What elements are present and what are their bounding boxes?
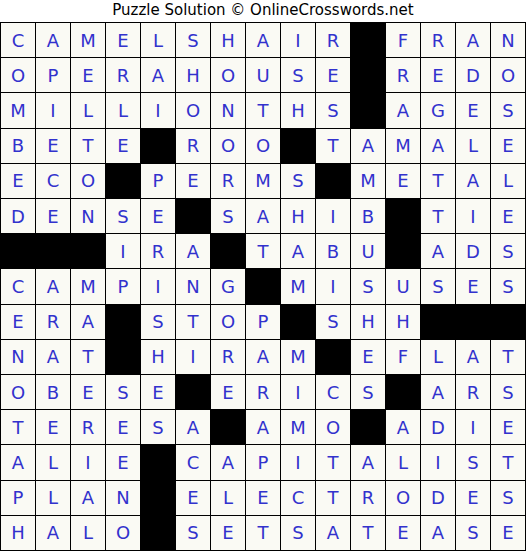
letter-cell: R	[141, 234, 175, 268]
letter-cell: I	[456, 410, 490, 444]
letter-cell: E	[1, 164, 35, 198]
letter-cell: T	[176, 305, 210, 339]
block-cell	[141, 516, 175, 550]
letter-cell: M	[281, 340, 315, 374]
letter-cell: P	[1, 481, 35, 515]
letter-cell: E	[106, 445, 140, 479]
letter-cell: O	[211, 58, 245, 92]
letter-cell: A	[386, 93, 420, 127]
letter-cell: B	[316, 234, 350, 268]
letter-cell: E	[106, 410, 140, 444]
letter-cell: A	[281, 234, 315, 268]
block-cell	[176, 375, 210, 409]
letter-cell: S	[176, 23, 210, 57]
letter-cell: T	[421, 199, 455, 233]
letter-cell: E	[211, 375, 245, 409]
letter-cell: O	[1, 375, 35, 409]
letter-cell: E	[351, 340, 385, 374]
block-cell	[316, 164, 350, 198]
letter-cell: S	[491, 234, 525, 268]
letter-cell: L	[71, 93, 105, 127]
letter-cell: E	[386, 516, 420, 550]
letter-cell: E	[141, 199, 175, 233]
letter-cell: E	[246, 481, 280, 515]
letter-cell: T	[421, 164, 455, 198]
block-cell	[1, 234, 35, 268]
letter-cell: M	[71, 269, 105, 303]
block-cell	[351, 93, 385, 127]
letter-cell: S	[141, 410, 175, 444]
letter-cell: C	[176, 445, 210, 479]
letter-cell: A	[316, 516, 350, 550]
block-cell	[106, 305, 140, 339]
letter-cell: S	[491, 269, 525, 303]
letter-cell: G	[421, 93, 455, 127]
letter-cell: A	[71, 305, 105, 339]
letter-cell: I	[316, 199, 350, 233]
letter-cell: E	[176, 164, 210, 198]
letter-cell: A	[246, 23, 280, 57]
letter-cell: I	[281, 375, 315, 409]
letter-cell: M	[281, 410, 315, 444]
block-cell	[141, 129, 175, 163]
block-cell	[106, 340, 140, 374]
letter-cell: T	[71, 340, 105, 374]
letter-cell: T	[246, 93, 280, 127]
letter-cell: I	[176, 340, 210, 374]
letter-cell: E	[491, 199, 525, 233]
page-title: Puzzle Solution © OnlineCrosswords.net	[0, 0, 526, 22]
letter-cell: S	[491, 375, 525, 409]
letter-cell: M	[246, 164, 280, 198]
letter-cell: I	[141, 269, 175, 303]
letter-cell: O	[316, 410, 350, 444]
letter-cell: L	[456, 129, 490, 163]
letter-cell: S	[141, 305, 175, 339]
letter-cell: T	[316, 445, 350, 479]
letter-cell: C	[36, 164, 70, 198]
letter-cell: I	[456, 199, 490, 233]
letter-cell: N	[71, 199, 105, 233]
letter-cell: H	[386, 305, 420, 339]
letter-cell: I	[71, 445, 105, 479]
letter-cell: H	[141, 340, 175, 374]
letter-cell: S	[281, 516, 315, 550]
letter-cell: D	[456, 234, 490, 268]
letter-cell: R	[106, 58, 140, 92]
block-cell	[491, 305, 525, 339]
block-cell	[36, 234, 70, 268]
letter-cell: N	[491, 23, 525, 57]
letter-cell: N	[211, 93, 245, 127]
letter-cell: E	[456, 93, 490, 127]
letter-cell: A	[176, 234, 210, 268]
letter-cell: A	[351, 445, 385, 479]
block-cell	[281, 129, 315, 163]
letter-cell: L	[386, 445, 420, 479]
letter-cell: I	[316, 269, 350, 303]
letter-cell: S	[351, 375, 385, 409]
letter-cell: T	[351, 516, 385, 550]
block-cell	[386, 234, 420, 268]
block-cell	[211, 234, 245, 268]
letter-cell: A	[421, 234, 455, 268]
letter-cell: P	[246, 445, 280, 479]
letter-cell: A	[36, 516, 70, 550]
letter-cell: E	[421, 58, 455, 92]
letter-cell: R	[176, 129, 210, 163]
letter-cell: F	[386, 23, 420, 57]
letter-cell: T	[491, 340, 525, 374]
letter-cell: A	[211, 445, 245, 479]
letter-cell: E	[71, 58, 105, 92]
crossword-grid: CAMELSHAIRFRANOPERAHOUSEREDOMILLIONTHSAG…	[0, 22, 526, 551]
letter-cell: H	[281, 199, 315, 233]
letter-cell: I	[36, 93, 70, 127]
letter-cell: O	[1, 58, 35, 92]
letter-cell: B	[351, 199, 385, 233]
letter-cell: S	[421, 269, 455, 303]
letter-cell: B	[36, 375, 70, 409]
letter-cell: I	[281, 445, 315, 479]
letter-cell: T	[246, 234, 280, 268]
letter-cell: T	[316, 481, 350, 515]
letter-cell: R	[456, 375, 490, 409]
letter-cell: R	[316, 23, 350, 57]
letter-cell: U	[386, 269, 420, 303]
letter-cell: E	[491, 129, 525, 163]
letter-cell: T	[1, 410, 35, 444]
letter-cell: A	[421, 516, 455, 550]
letter-cell: E	[36, 199, 70, 233]
letter-cell: C	[281, 481, 315, 515]
letter-cell: I	[281, 23, 315, 57]
letter-cell: O	[211, 129, 245, 163]
letter-cell: S	[351, 269, 385, 303]
letter-cell: R	[351, 481, 385, 515]
letter-cell: C	[1, 23, 35, 57]
block-cell	[351, 58, 385, 92]
letter-cell: M	[351, 164, 385, 198]
letter-cell: R	[386, 58, 420, 92]
letter-cell: M	[71, 23, 105, 57]
letter-cell: C	[316, 375, 350, 409]
letter-cell: A	[421, 129, 455, 163]
letter-cell: G	[211, 269, 245, 303]
letter-cell: D	[1, 199, 35, 233]
letter-cell: E	[71, 375, 105, 409]
letter-cell: L	[36, 445, 70, 479]
letter-cell: U	[351, 234, 385, 268]
letter-cell: D	[421, 481, 455, 515]
letter-cell: S	[281, 164, 315, 198]
letter-cell: N	[1, 340, 35, 374]
letter-cell: S	[316, 93, 350, 127]
letter-cell: M	[281, 269, 315, 303]
letter-cell: N	[106, 481, 140, 515]
block-cell	[141, 481, 175, 515]
letter-cell: A	[386, 410, 420, 444]
puzzle-solution-page: Puzzle Solution © OnlineCrosswords.net C…	[0, 0, 526, 551]
letter-cell: M	[386, 129, 420, 163]
letter-cell: B	[1, 129, 35, 163]
letter-cell: O	[491, 58, 525, 92]
block-cell	[421, 305, 455, 339]
letter-cell: F	[386, 340, 420, 374]
letter-cell: A	[246, 199, 280, 233]
block-cell	[141, 445, 175, 479]
letter-cell: A	[246, 340, 280, 374]
block-cell	[316, 340, 350, 374]
letter-cell: D	[456, 58, 490, 92]
letter-cell: L	[71, 516, 105, 550]
letter-cell: A	[456, 164, 490, 198]
block-cell	[246, 269, 280, 303]
block-cell	[351, 410, 385, 444]
letter-cell: H	[351, 305, 385, 339]
letter-cell: A	[176, 410, 210, 444]
block-cell	[351, 23, 385, 57]
letter-cell: S	[491, 481, 525, 515]
letter-cell: A	[71, 481, 105, 515]
letter-cell: O	[246, 129, 280, 163]
letter-cell: I	[106, 234, 140, 268]
letter-cell: I	[141, 93, 175, 127]
letter-cell: A	[246, 410, 280, 444]
letter-cell: O	[211, 305, 245, 339]
block-cell	[386, 199, 420, 233]
letter-cell: S	[281, 58, 315, 92]
letter-cell: L	[141, 23, 175, 57]
letter-cell: E	[316, 58, 350, 92]
letter-cell: P	[106, 269, 140, 303]
letter-cell: A	[1, 445, 35, 479]
letter-cell: E	[36, 129, 70, 163]
letter-cell: H	[1, 516, 35, 550]
letter-cell: R	[246, 375, 280, 409]
letter-cell: S	[211, 199, 245, 233]
letter-cell: L	[421, 340, 455, 374]
block-cell	[281, 305, 315, 339]
block-cell	[386, 375, 420, 409]
letter-cell: N	[176, 269, 210, 303]
letter-cell: E	[456, 269, 490, 303]
letter-cell: T	[246, 516, 280, 550]
letter-cell: H	[281, 93, 315, 127]
letter-cell: S	[456, 516, 490, 550]
letter-cell: E	[491, 410, 525, 444]
letter-cell: E	[456, 481, 490, 515]
letter-cell: R	[36, 305, 70, 339]
block-cell	[456, 305, 490, 339]
letter-cell: H	[211, 23, 245, 57]
letter-cell: S	[456, 445, 490, 479]
letter-cell: U	[246, 58, 280, 92]
block-cell	[71, 234, 105, 268]
letter-cell: E	[176, 481, 210, 515]
letter-cell: A	[36, 269, 70, 303]
letter-cell: D	[421, 410, 455, 444]
letter-cell: A	[36, 23, 70, 57]
letter-cell: O	[106, 516, 140, 550]
letter-cell: S	[106, 375, 140, 409]
letter-cell: E	[1, 305, 35, 339]
letter-cell: P	[36, 58, 70, 92]
letter-cell: E	[106, 23, 140, 57]
letter-cell: M	[1, 93, 35, 127]
letter-cell: O	[386, 481, 420, 515]
letter-cell: E	[211, 516, 245, 550]
letter-cell: L	[106, 93, 140, 127]
letter-cell: P	[246, 305, 280, 339]
letter-cell: A	[351, 129, 385, 163]
letter-cell: R	[421, 23, 455, 57]
letter-cell: O	[71, 164, 105, 198]
letter-cell: R	[211, 340, 245, 374]
letter-cell: S	[106, 199, 140, 233]
letter-cell: E	[491, 516, 525, 550]
letter-cell: E	[386, 164, 420, 198]
block-cell	[106, 164, 140, 198]
letter-cell: A	[141, 58, 175, 92]
letter-cell: A	[36, 340, 70, 374]
letter-cell: S	[176, 516, 210, 550]
letter-cell: E	[106, 129, 140, 163]
letter-cell: I	[421, 445, 455, 479]
letter-cell: S	[316, 305, 350, 339]
letter-cell: R	[71, 410, 105, 444]
letter-cell: R	[211, 164, 245, 198]
letter-cell: L	[36, 481, 70, 515]
block-cell	[211, 410, 245, 444]
letter-cell: H	[176, 58, 210, 92]
letter-cell: A	[456, 23, 490, 57]
letter-cell: S	[491, 93, 525, 127]
letter-cell: T	[71, 129, 105, 163]
letter-cell: E	[141, 375, 175, 409]
letter-cell: A	[456, 340, 490, 374]
letter-cell: T	[491, 445, 525, 479]
letter-cell: P	[141, 164, 175, 198]
letter-cell: E	[36, 410, 70, 444]
letter-cell: A	[421, 375, 455, 409]
letter-cell: T	[316, 129, 350, 163]
letter-cell: O	[176, 93, 210, 127]
block-cell	[176, 199, 210, 233]
letter-cell: L	[211, 481, 245, 515]
letter-cell: C	[1, 269, 35, 303]
letter-cell: L	[491, 164, 525, 198]
